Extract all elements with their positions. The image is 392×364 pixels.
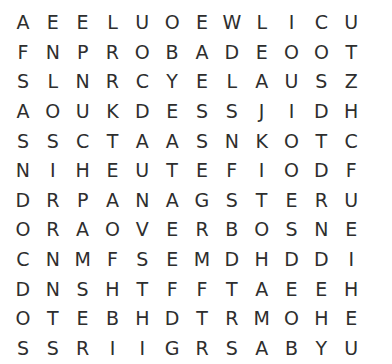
grid-cell-r3c7[interactable]: E (187, 67, 217, 97)
grid-cell-r4c3[interactable]: U (68, 97, 98, 127)
grid-cell-r12c6[interactable]: G (157, 334, 187, 364)
grid-cell-r11c11[interactable]: H (306, 304, 336, 334)
grid-cell-r2c4[interactable]: R (98, 38, 128, 68)
grid-cell-r5c1[interactable]: S (8, 126, 38, 156)
grid-cell-r6c9[interactable]: I (247, 156, 277, 186)
grid-cell-r11c2[interactable]: T (38, 304, 68, 334)
grid-cell-r2c8[interactable]: D (217, 38, 247, 68)
grid-cell-r12c3[interactable]: R (68, 334, 98, 364)
grid-cell-r1c6[interactable]: O (157, 8, 187, 38)
grid-cell-r6c6[interactable]: T (157, 156, 187, 186)
grid-cell-r10c6[interactable]: F (157, 274, 187, 304)
grid-cell-r10c3[interactable]: S (68, 274, 98, 304)
grid-cell-r10c5[interactable]: T (127, 274, 157, 304)
grid-cell-r7c3[interactable]: P (68, 186, 98, 216)
grid-cell-r6c5[interactable]: U (127, 156, 157, 186)
grid-cell-r4c4[interactable]: K (98, 97, 128, 127)
grid-cell-r7c4[interactable]: A (98, 186, 128, 216)
grid-cell-r7c11[interactable]: R (306, 186, 336, 216)
grid-cell-r2c6[interactable]: B (157, 38, 187, 68)
grid-cell-r8c9[interactable]: O (247, 215, 277, 245)
grid-cell-r6c2[interactable]: I (38, 156, 68, 186)
grid-cell-r3c3[interactable]: N (68, 67, 98, 97)
grid-cell-r3c8[interactable]: L (217, 67, 247, 97)
grid-cell-r3c4[interactable]: R (98, 67, 128, 97)
grid-cell-r6c3[interactable]: H (68, 156, 98, 186)
grid-cell-r12c9[interactable]: A (247, 334, 277, 364)
grid-cell-r7c7[interactable]: G (187, 186, 217, 216)
grid-cell-r11c7[interactable]: T (187, 304, 217, 334)
grid-cell-r10c11[interactable]: E (306, 274, 336, 304)
grid-cell-r9c10[interactable]: D (277, 245, 307, 275)
grid-cell-r2c2[interactable]: N (38, 38, 68, 68)
grid-cell-r2c11[interactable]: O (306, 38, 336, 68)
grid-cell-r5c10[interactable]: O (277, 126, 307, 156)
grid-cell-r7c1[interactable]: D (8, 186, 38, 216)
grid-cell-r7c10[interactable]: E (277, 186, 307, 216)
grid-cell-r2c10[interactable]: O (277, 38, 307, 68)
grid-cell-r4c12[interactable]: H (336, 97, 366, 127)
grid-cell-r8c2[interactable]: R (38, 215, 68, 245)
grid-cell-r8c12[interactable]: E (336, 215, 366, 245)
grid-cell-r11c5[interactable]: H (127, 304, 157, 334)
grid-cell-r6c7[interactable]: E (187, 156, 217, 186)
grid-cell-r5c9[interactable]: K (247, 126, 277, 156)
grid-cell-r7c12[interactable]: U (336, 186, 366, 216)
grid-cell-r5c4[interactable]: T (98, 126, 128, 156)
grid-cell-r9c3[interactable]: M (68, 245, 98, 275)
grid-cell-r11c9[interactable]: M (247, 304, 277, 334)
grid-cell-r8c3[interactable]: A (68, 215, 98, 245)
grid-cell-r1c1[interactable]: A (8, 8, 38, 38)
grid-cell-r7c6[interactable]: A (157, 186, 187, 216)
grid-cell-r1c11[interactable]: C (306, 8, 336, 38)
grid-cell-r4c7[interactable]: S (187, 97, 217, 127)
grid-cell-r11c12[interactable]: E (336, 304, 366, 334)
grid-cell-r2c7[interactable]: A (187, 38, 217, 68)
grid-cell-r9c8[interactable]: D (217, 245, 247, 275)
grid-cell-r2c1[interactable]: F (8, 38, 38, 68)
grid-cell-r4c10[interactable]: I (277, 97, 307, 127)
grid-cell-r8c11[interactable]: N (306, 215, 336, 245)
grid-cell-r10c1[interactable]: D (8, 274, 38, 304)
grid-cell-r4c9[interactable]: J (247, 97, 277, 127)
grid-cell-r3c6[interactable]: Y (157, 67, 187, 97)
grid-cell-r10c7[interactable]: F (187, 274, 217, 304)
grid-cell-r4c5[interactable]: D (127, 97, 157, 127)
grid-cell-r1c8[interactable]: W (217, 8, 247, 38)
grid-cell-r5c3[interactable]: C (68, 126, 98, 156)
grid-cell-r3c5[interactable]: C (127, 67, 157, 97)
grid-cell-r11c8[interactable]: R (217, 304, 247, 334)
grid-cell-r12c11[interactable]: Y (306, 334, 336, 364)
grid-cell-r1c4[interactable]: L (98, 8, 128, 38)
grid-cell-r3c11[interactable]: S (306, 67, 336, 97)
grid-cell-r2c9[interactable]: E (247, 38, 277, 68)
grid-cell-r6c1[interactable]: N (8, 156, 38, 186)
grid-cell-r9c7[interactable]: M (187, 245, 217, 275)
grid-cell-r2c12[interactable]: T (336, 38, 366, 68)
grid-cell-r10c4[interactable]: H (98, 274, 128, 304)
grid-cell-r10c9[interactable]: A (247, 274, 277, 304)
grid-cell-r6c12[interactable]: F (336, 156, 366, 186)
grid-cell-r5c2[interactable]: S (38, 126, 68, 156)
grid-cell-r8c6[interactable]: E (157, 215, 187, 245)
grid-cell-r9c9[interactable]: H (247, 245, 277, 275)
grid-cell-r8c10[interactable]: S (277, 215, 307, 245)
grid-cell-r11c3[interactable]: E (68, 304, 98, 334)
grid-cell-r9c12[interactable]: I (336, 245, 366, 275)
grid-cell-r4c11[interactable]: D (306, 97, 336, 127)
grid-cell-r5c7[interactable]: S (187, 126, 217, 156)
grid-cell-r3c12[interactable]: Z (336, 67, 366, 97)
grid-cell-r11c1[interactable]: O (8, 304, 38, 334)
grid-cell-r7c5[interactable]: N (127, 186, 157, 216)
grid-cell-r2c5[interactable]: O (127, 38, 157, 68)
grid-cell-r1c5[interactable]: U (127, 8, 157, 38)
grid-cell-r4c8[interactable]: S (217, 97, 247, 127)
grid-cell-r5c11[interactable]: T (306, 126, 336, 156)
grid-cell-r8c7[interactable]: R (187, 215, 217, 245)
grid-cell-r12c8[interactable]: S (217, 334, 247, 364)
grid-cell-r9c1[interactable]: C (8, 245, 38, 275)
grid-cell-r11c6[interactable]: D (157, 304, 187, 334)
grid-cell-r11c10[interactable]: O (277, 304, 307, 334)
grid-cell-r5c8[interactable]: N (217, 126, 247, 156)
grid-cell-r5c12[interactable]: C (336, 126, 366, 156)
grid-cell-r1c9[interactable]: L (247, 8, 277, 38)
grid-cell-r10c8[interactable]: T (217, 274, 247, 304)
grid-cell-r4c6[interactable]: E (157, 97, 187, 127)
grid-cell-r1c7[interactable]: E (187, 8, 217, 38)
grid-cell-r12c5[interactable]: I (127, 334, 157, 364)
grid-cell-r4c1[interactable]: A (8, 97, 38, 127)
grid-cell-r6c11[interactable]: D (306, 156, 336, 186)
grid-cell-r2c3[interactable]: P (68, 38, 98, 68)
grid-cell-r1c3[interactable]: E (68, 8, 98, 38)
grid-cell-r12c2[interactable]: S (38, 334, 68, 364)
grid-cell-r9c4[interactable]: F (98, 245, 128, 275)
grid-cell-r1c12[interactable]: U (336, 8, 366, 38)
grid-cell-r10c12[interactable]: H (336, 274, 366, 304)
grid-cell-r12c4[interactable]: I (98, 334, 128, 364)
grid-cell-r9c5[interactable]: S (127, 245, 157, 275)
grid-cell-r12c7[interactable]: R (187, 334, 217, 364)
grid-cell-r9c11[interactable]: D (306, 245, 336, 275)
grid-cell-r7c8[interactable]: S (217, 186, 247, 216)
grid-cell-r12c12[interactable]: U (336, 334, 366, 364)
grid-cell-r7c9[interactable]: T (247, 186, 277, 216)
grid-cell-r1c10[interactable]: I (277, 8, 307, 38)
grid-cell-r1c2[interactable]: E (38, 8, 68, 38)
grid-cell-r3c1[interactable]: S (8, 67, 38, 97)
grid-cell-r8c8[interactable]: B (217, 215, 247, 245)
grid-cell-r9c6[interactable]: E (157, 245, 187, 275)
grid-cell-r12c10[interactable]: B (277, 334, 307, 364)
grid-cell-r10c2[interactable]: N (38, 274, 68, 304)
grid-cell-r5c6[interactable]: A (157, 126, 187, 156)
grid-cell-r7c2[interactable]: R (38, 186, 68, 216)
grid-cell-r8c4[interactable]: O (98, 215, 128, 245)
grid-cell-r9c2[interactable]: N (38, 245, 68, 275)
grid-cell-r6c10[interactable]: O (277, 156, 307, 186)
grid-cell-r3c2[interactable]: L (38, 67, 68, 97)
grid-cell-r3c10[interactable]: U (277, 67, 307, 97)
grid-cell-r6c4[interactable]: E (98, 156, 128, 186)
grid-cell-r4c2[interactable]: O (38, 97, 68, 127)
grid-cell-r10c10[interactable]: E (277, 274, 307, 304)
grid-cell-r12c1[interactable]: S (8, 334, 38, 364)
grid-cell-r8c5[interactable]: V (127, 215, 157, 245)
grid-cell-r8c1[interactable]: O (8, 215, 38, 245)
grid-cell-r5c5[interactable]: A (127, 126, 157, 156)
grid-cell-r11c4[interactable]: B (98, 304, 128, 334)
grid-cell-r3c9[interactable]: A (247, 67, 277, 97)
grid-cell-r6c8[interactable]: F (217, 156, 247, 186)
word-search-grid: AEELUOEWLICUFNPROBADEOOTSLNRCYELAUSZAOUK… (8, 8, 366, 363)
